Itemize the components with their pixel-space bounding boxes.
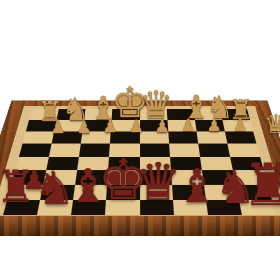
- piece-white-pawn-g2[interactable]: ♟: [76, 119, 93, 136]
- piece-white-pawn-d2[interactable]: ♟: [154, 118, 171, 135]
- board-front-edge: [0, 215, 280, 237]
- piece-white-pawn-e2[interactable]: ♟: [128, 118, 145, 135]
- piece-white-pawn-a2[interactable]: ♟: [232, 117, 249, 134]
- square-b4[interactable]: [198, 144, 230, 157]
- product-photo-stage: ♜♞♝♚♛♝♞♜♟♟♟♟♟♟♟♟♛♜♞♝♚♛♝♞♜♟: [0, 0, 280, 280]
- piece-white-pawn-c2[interactable]: ♟: [180, 117, 197, 134]
- piece-white-pawn-f2[interactable]: ♟: [102, 118, 119, 135]
- piece-extra-boxwood-queen[interactable]: ♛: [263, 111, 280, 137]
- white-backdrop-bottom: [0, 236, 280, 280]
- piece-white-pawn-h2[interactable]: ♟: [50, 119, 67, 136]
- square-h4[interactable]: [19, 144, 52, 157]
- square-g4[interactable]: [49, 144, 81, 157]
- piece-red-rook-a8[interactable]: ♜: [239, 156, 280, 214]
- piece-red-knight-g8[interactable]: ♞: [31, 165, 77, 211]
- piece-white-pawn-b2[interactable]: ♟: [206, 117, 223, 134]
